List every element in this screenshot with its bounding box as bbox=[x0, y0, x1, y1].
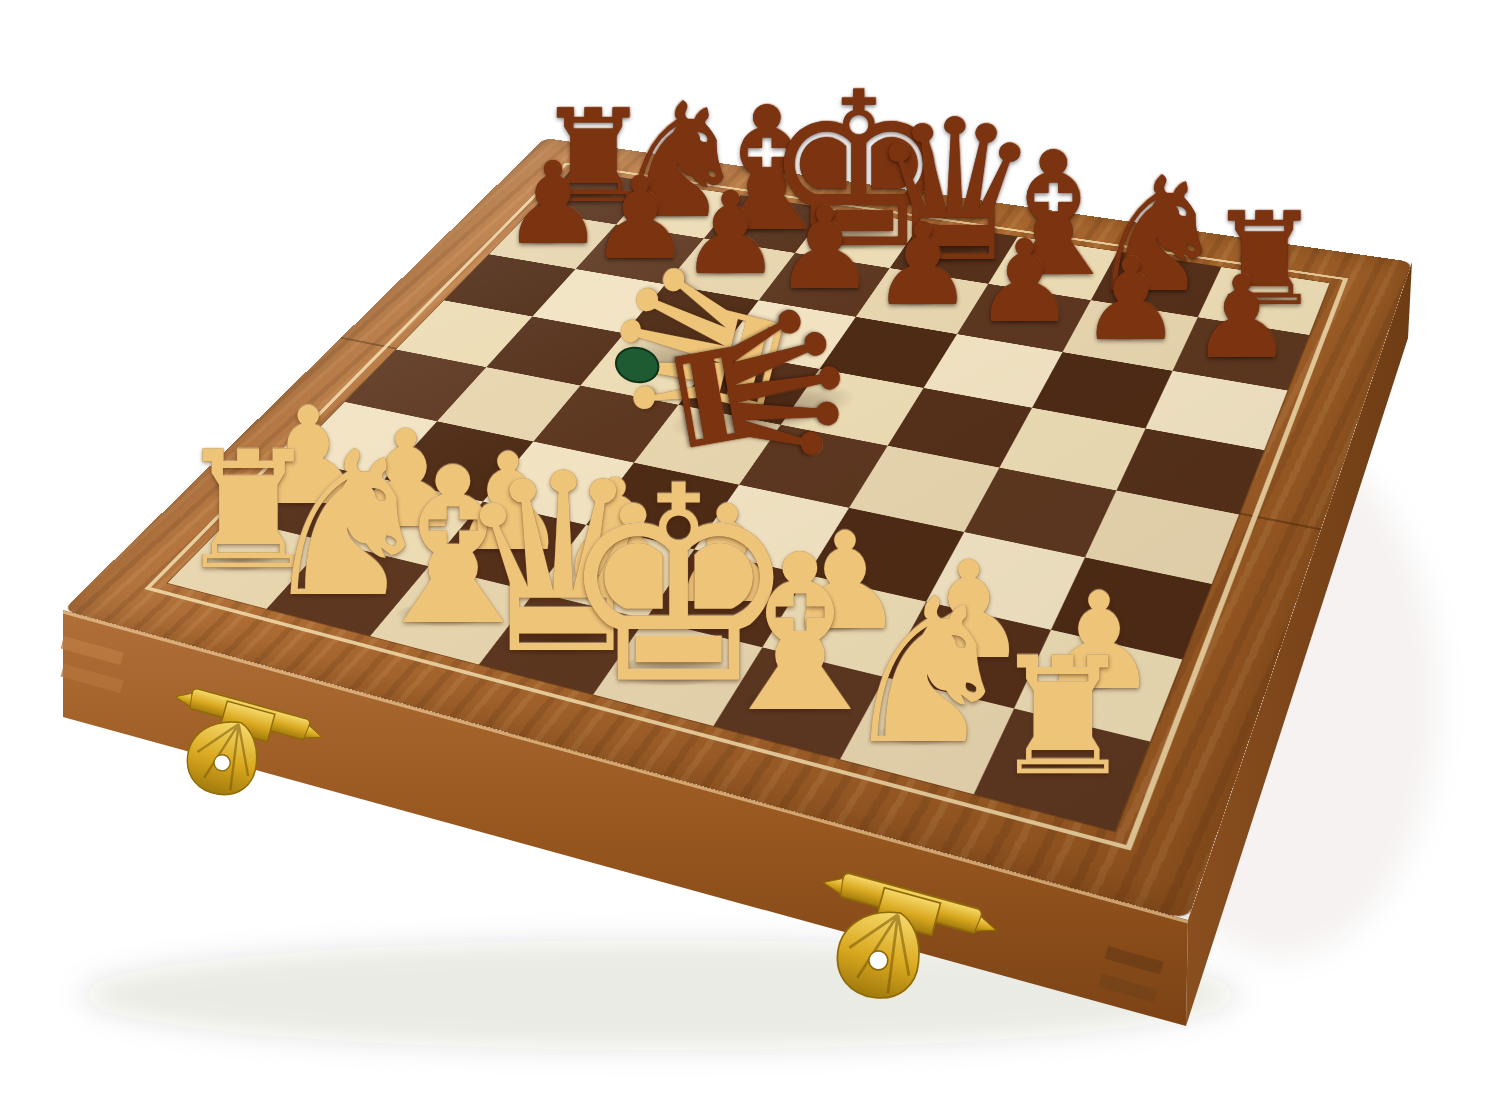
brass-latch-icon bbox=[153, 684, 325, 817]
brass-latches bbox=[0, 0, 1500, 1112]
brass-latch-icon bbox=[797, 867, 1000, 1024]
chess-set-product-photo: ♜♞♝♚♛♝♞♜♟♟♟♟♟♟♟♟♜♞♝♛♚♝♞♜♟♟♟♟♟♟♟♟♛♛ bbox=[0, 0, 1500, 1112]
